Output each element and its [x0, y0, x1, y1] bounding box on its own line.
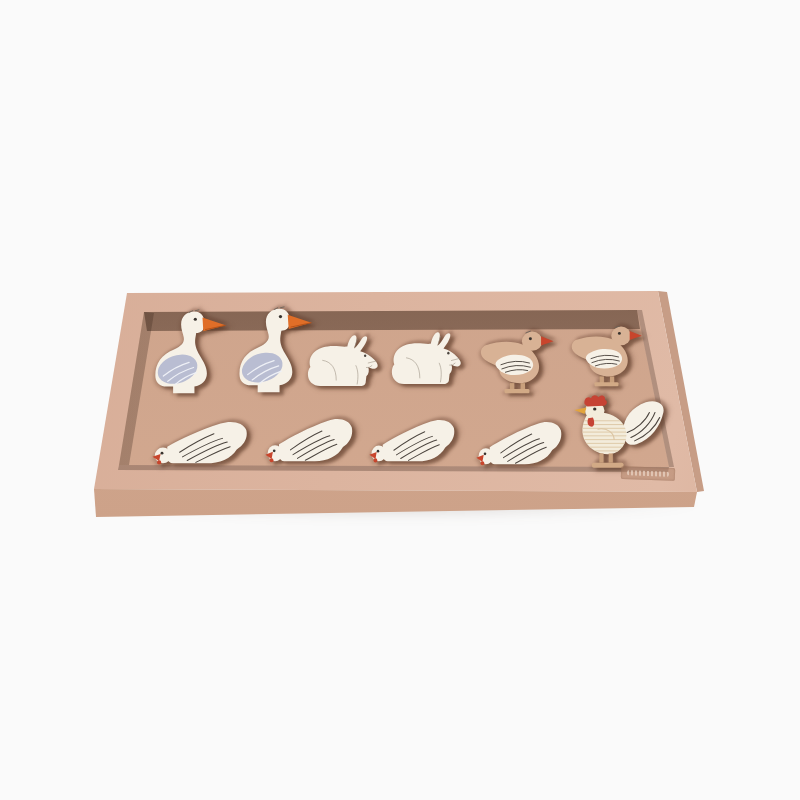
rabbit-2: [387, 331, 466, 388]
rabbit-1: [303, 334, 383, 390]
hen-1: [476, 327, 558, 394]
animal-figures: [0, 0, 800, 800]
chicken-1: [152, 419, 252, 467]
chicken-2: [265, 416, 357, 465]
hen-2: [567, 322, 646, 387]
chicken-4: [476, 419, 566, 468]
rooster: [566, 394, 668, 471]
goose-1: [150, 309, 230, 395]
brand-stamp: [621, 466, 675, 481]
chicken-3: [369, 417, 459, 465]
product-photo: Overhead product photo on a white backgr…: [0, 0, 800, 800]
